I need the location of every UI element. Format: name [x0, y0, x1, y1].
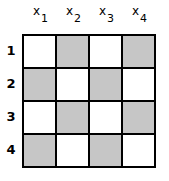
- column-headers: x1 x2 x3 x4: [0, 0, 169, 34]
- column-header-x4-base: x: [132, 4, 139, 18]
- column-header-x4-sub: 4: [140, 12, 147, 25]
- row-label-2: 2: [0, 67, 22, 100]
- column-header-x2-base: x: [66, 4, 73, 18]
- cell-r1c4: [123, 36, 154, 67]
- cell-r3c3: [90, 102, 121, 133]
- cell-r2c4: [123, 69, 154, 100]
- column-header-x2: x2: [57, 2, 90, 18]
- cell-r4c2: [57, 135, 88, 166]
- cell-r1c3: [90, 36, 121, 67]
- row-label-4: 4: [0, 133, 22, 166]
- column-header-x1-base: x: [33, 4, 40, 18]
- cell-r2c3: [90, 69, 121, 100]
- column-header-x3: x3: [90, 2, 123, 18]
- cell-r1c1: [24, 36, 55, 67]
- cell-r4c3: [90, 135, 121, 166]
- cell-r1c2: [57, 36, 88, 67]
- cell-r3c1: [24, 102, 55, 133]
- cell-r2c2: [57, 69, 88, 100]
- cell-r3c4: [123, 102, 154, 133]
- matrix-figure: x1 x2 x3 x4 1 2 3 4: [0, 0, 169, 181]
- row-labels: 1 2 3 4: [0, 34, 22, 168]
- column-header-x3-sub: 3: [107, 12, 114, 25]
- column-header-x1-sub: 1: [41, 12, 48, 25]
- board-grid: [22, 34, 156, 168]
- column-header-x3-base: x: [99, 4, 106, 18]
- cell-r2c1: [24, 69, 55, 100]
- column-header-x2-sub: 2: [74, 12, 81, 25]
- row-label-1: 1: [0, 34, 22, 67]
- cell-r3c2: [57, 102, 88, 133]
- cell-r4c1: [24, 135, 55, 166]
- board-body: 1 2 3 4: [0, 34, 169, 168]
- cell-r4c4: [123, 135, 154, 166]
- column-header-x4: x4: [123, 2, 156, 18]
- column-header-x1: x1: [24, 2, 57, 18]
- row-label-3: 3: [0, 100, 22, 133]
